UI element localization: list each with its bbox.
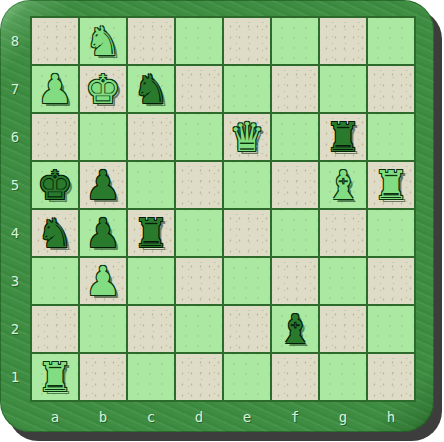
square-c6[interactable] <box>128 114 174 160</box>
square-b6[interactable] <box>80 114 126 160</box>
white-knight-piece[interactable]: ♞ <box>85 18 121 64</box>
black-rook-piece[interactable]: ♜ <box>325 114 361 160</box>
square-a5[interactable]: ♚ <box>32 162 78 208</box>
square-g2[interactable] <box>320 306 366 352</box>
square-b1[interactable] <box>80 354 126 400</box>
file-label-d: d <box>176 402 222 432</box>
white-queen-piece[interactable]: ♛ <box>229 114 265 160</box>
square-g1[interactable] <box>320 354 366 400</box>
rank-label-3: 3 <box>0 258 30 304</box>
square-b2[interactable] <box>80 306 126 352</box>
square-e4[interactable] <box>224 210 270 256</box>
file-label-f: f <box>272 402 318 432</box>
square-h5[interactable]: ♜ <box>368 162 414 208</box>
file-label-a: a <box>32 402 78 432</box>
square-b8[interactable]: ♞ <box>80 18 126 64</box>
square-e8[interactable] <box>224 18 270 64</box>
square-g7[interactable] <box>320 66 366 112</box>
square-c3[interactable] <box>128 258 174 304</box>
square-f6[interactable] <box>272 114 318 160</box>
square-h2[interactable] <box>368 306 414 352</box>
square-g4[interactable] <box>320 210 366 256</box>
black-rook-piece[interactable]: ♜ <box>133 210 169 256</box>
square-e6[interactable]: ♛ <box>224 114 270 160</box>
square-d6[interactable] <box>176 114 222 160</box>
square-f2[interactable]: ♝ <box>272 306 318 352</box>
square-g3[interactable] <box>320 258 366 304</box>
file-labels: abcdefgh <box>30 402 416 432</box>
file-label-b: b <box>80 402 126 432</box>
file-label-e: e <box>224 402 270 432</box>
black-pawn-piece[interactable]: ♟ <box>85 210 121 256</box>
black-pawn-piece[interactable]: ♟ <box>85 162 121 208</box>
square-f5[interactable] <box>272 162 318 208</box>
square-h1[interactable] <box>368 354 414 400</box>
black-knight-piece[interactable]: ♞ <box>133 66 169 112</box>
white-rook-piece[interactable]: ♜ <box>37 354 73 400</box>
white-pawn-piece[interactable]: ♟ <box>85 258 121 304</box>
black-knight-piece[interactable]: ♞ <box>37 210 73 256</box>
square-a2[interactable] <box>32 306 78 352</box>
square-d3[interactable] <box>176 258 222 304</box>
white-pawn-piece[interactable]: ♟ <box>37 66 73 112</box>
square-c2[interactable] <box>128 306 174 352</box>
square-a4[interactable]: ♞ <box>32 210 78 256</box>
rank-label-4: 4 <box>0 210 30 256</box>
file-label-c: c <box>128 402 174 432</box>
rank-label-5: 5 <box>0 162 30 208</box>
chess-board[interactable]: ♞♟♚♞♛♜♚♟♝♜♞♟♜♟♝♜ <box>30 16 416 402</box>
square-e5[interactable] <box>224 162 270 208</box>
square-a8[interactable] <box>32 18 78 64</box>
square-f7[interactable] <box>272 66 318 112</box>
square-h8[interactable] <box>368 18 414 64</box>
square-b5[interactable]: ♟ <box>80 162 126 208</box>
square-f4[interactable] <box>272 210 318 256</box>
square-b4[interactable]: ♟ <box>80 210 126 256</box>
rank-label-8: 8 <box>0 18 30 64</box>
square-d1[interactable] <box>176 354 222 400</box>
square-e3[interactable] <box>224 258 270 304</box>
square-a1[interactable]: ♜ <box>32 354 78 400</box>
square-b7[interactable]: ♚ <box>80 66 126 112</box>
chess-app-window: 87654321 ♞♟♚♞♛♜♚♟♝♜♞♟♜♟♝♜ abcdefgh <box>0 0 444 442</box>
square-h7[interactable] <box>368 66 414 112</box>
rank-label-2: 2 <box>0 306 30 352</box>
square-f8[interactable] <box>272 18 318 64</box>
square-e7[interactable] <box>224 66 270 112</box>
square-h3[interactable] <box>368 258 414 304</box>
square-d5[interactable] <box>176 162 222 208</box>
square-d7[interactable] <box>176 66 222 112</box>
square-e2[interactable] <box>224 306 270 352</box>
square-g5[interactable]: ♝ <box>320 162 366 208</box>
white-king-piece[interactable]: ♚ <box>85 66 121 112</box>
rank-labels: 87654321 <box>0 16 30 402</box>
rank-label-6: 6 <box>0 114 30 160</box>
square-a7[interactable]: ♟ <box>32 66 78 112</box>
square-f3[interactable] <box>272 258 318 304</box>
square-c5[interactable] <box>128 162 174 208</box>
square-h4[interactable] <box>368 210 414 256</box>
square-d2[interactable] <box>176 306 222 352</box>
square-e1[interactable] <box>224 354 270 400</box>
white-bishop-piece[interactable]: ♝ <box>325 162 361 208</box>
white-rook-piece[interactable]: ♜ <box>373 162 409 208</box>
square-a6[interactable] <box>32 114 78 160</box>
square-c1[interactable] <box>128 354 174 400</box>
square-d4[interactable] <box>176 210 222 256</box>
rank-label-7: 7 <box>0 66 30 112</box>
square-h6[interactable] <box>368 114 414 160</box>
file-label-h: h <box>368 402 414 432</box>
square-a3[interactable] <box>32 258 78 304</box>
square-g6[interactable]: ♜ <box>320 114 366 160</box>
square-d8[interactable] <box>176 18 222 64</box>
square-g8[interactable] <box>320 18 366 64</box>
square-c8[interactable] <box>128 18 174 64</box>
black-bishop-piece[interactable]: ♝ <box>277 306 313 352</box>
rank-label-1: 1 <box>0 354 30 400</box>
square-b3[interactable]: ♟ <box>80 258 126 304</box>
file-label-g: g <box>320 402 366 432</box>
square-c4[interactable]: ♜ <box>128 210 174 256</box>
black-king-piece[interactable]: ♚ <box>37 162 73 208</box>
square-c7[interactable]: ♞ <box>128 66 174 112</box>
square-f1[interactable] <box>272 354 318 400</box>
